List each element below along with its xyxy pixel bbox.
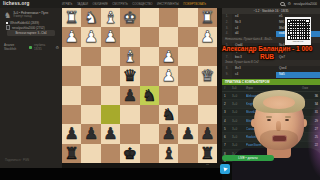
piece-bP[interactable]: ♟: [123, 86, 137, 105]
gear-icon[interactable]: ⚙: [288, 0, 292, 8]
square[interactable]: [140, 66, 159, 85]
piece-bK[interactable]: ♚: [123, 144, 137, 163]
black-color-icon: [6, 25, 10, 29]
move-black[interactable]: Nd5: [276, 72, 320, 78]
square[interactable]: [101, 47, 120, 66]
square[interactable]: ♟: [62, 124, 81, 143]
square[interactable]: ♝: [101, 8, 120, 27]
username[interactable]: nevalyashka2000: [294, 2, 317, 6]
piece-wN[interactable]: ♞: [84, 8, 98, 27]
square[interactable]: [81, 105, 100, 124]
live-status-pill: LIVE • донаты: [222, 155, 274, 161]
square[interactable]: [140, 144, 159, 163]
square[interactable]: [198, 105, 217, 124]
qr-pattern: [287, 19, 310, 40]
purple-rim-light: [307, 98, 320, 180]
square[interactable]: [178, 144, 197, 163]
square[interactable]: [101, 86, 120, 105]
square[interactable]: [178, 8, 197, 27]
square[interactable]: ♜: [62, 144, 81, 163]
square[interactable]: [140, 27, 159, 46]
square[interactable]: ♜: [198, 8, 217, 27]
piece-wP[interactable]: ♟: [103, 27, 117, 46]
move-white[interactable]: c4: [232, 72, 276, 78]
square[interactable]: ♟: [159, 66, 178, 85]
square[interactable]: ♟: [198, 27, 217, 46]
square[interactable]: [120, 105, 139, 124]
qr-finder-square: [287, 35, 292, 40]
square[interactable]: [101, 144, 120, 163]
piece-bP[interactable]: ♟: [200, 124, 214, 143]
stream-frame: lichess.org ИГРАТЬЗАДАЧИОБУЧЕНИЕСМОТРЕТЬ…: [0, 0, 320, 180]
search-icon[interactable]: [280, 2, 285, 7]
game-time-ago: 9 минут назад: [13, 15, 48, 19]
webcam-overlay: [230, 86, 320, 180]
share-menu-hint[interactable]: Поделиться · PGN: [5, 158, 29, 162]
qr-caption: lichess.org: [287, 40, 310, 43]
chess-board: ♜♞♝♚♜♟♟♟♟♝♟♛♟♛♟♞♞♟♟♟♟♟♟♜♚♝♜: [62, 8, 217, 163]
square[interactable]: [178, 66, 197, 85]
top-navbar: lichess.org ИГРАТЬЗАДАЧИОБУЧЕНИЕСМОТРЕТЬ…: [0, 0, 320, 8]
piece-wB[interactable]: ♝: [123, 47, 137, 66]
nav-item-donate[interactable]: ПОЖЕРТВОВАТЬ: [183, 2, 206, 6]
square[interactable]: [198, 86, 217, 105]
nav-item[interactable]: СМОТРЕТЬ: [112, 2, 127, 6]
square[interactable]: [62, 66, 81, 85]
square[interactable]: [140, 105, 159, 124]
square[interactable]: ♞: [159, 105, 178, 124]
engine-on-toggle[interactable]: [29, 46, 32, 49]
square[interactable]: [120, 27, 139, 46]
piece-wP[interactable]: ♟: [200, 27, 214, 46]
piece-bR[interactable]: ♜: [200, 144, 214, 163]
engine-depth: глубина 18/35: [34, 43, 53, 51]
nav-item[interactable]: ЗАДАЧИ: [77, 2, 88, 6]
square[interactable]: ♞: [81, 8, 100, 27]
square[interactable]: [178, 105, 197, 124]
square[interactable]: [62, 47, 81, 66]
engine-label: Анализ Stockfish: [4, 43, 27, 51]
piece-wP[interactable]: ♟: [84, 27, 98, 46]
piece-bR[interactable]: ♜: [65, 144, 79, 163]
square[interactable]: [159, 8, 178, 27]
piece-bQ[interactable]: ♛: [123, 66, 137, 85]
nav-item[interactable]: ОБУЧЕНИЕ: [92, 2, 107, 6]
square[interactable]: ♚: [120, 144, 139, 163]
square[interactable]: [81, 86, 100, 105]
piece-bN[interactable]: ♞: [161, 105, 175, 124]
square[interactable]: [81, 144, 100, 163]
square[interactable]: [120, 124, 139, 143]
streamer-forehead: [263, 96, 295, 109]
square[interactable]: ♟: [198, 124, 217, 143]
game-info-panel: ♞ 3+0 • Рейтинговая • Пуля 9 минут назад…: [0, 8, 62, 168]
piece-wP[interactable]: ♟: [161, 66, 175, 85]
square[interactable]: ♟: [81, 124, 100, 143]
square[interactable]: [159, 27, 178, 46]
nav-item[interactable]: ИНСТРУМЕНТЫ: [157, 2, 179, 6]
square[interactable]: ♟: [62, 27, 81, 46]
donation-alert: Александр Баландин - 1 000 RUB: [214, 45, 320, 60]
nav-menu: ИГРАТЬЗАДАЧИОБУЧЕНИЕСМОТРЕТЬСООБЩЕСТВОИН…: [62, 0, 206, 8]
square[interactable]: ♜: [62, 8, 81, 27]
qr-code: lichess.org: [285, 17, 311, 45]
settings-gear-icon[interactable]: ⚙: [55, 45, 59, 50]
square[interactable]: [140, 47, 159, 66]
piece-bB[interactable]: ♝: [161, 144, 175, 163]
square[interactable]: ♜: [198, 144, 217, 163]
streamer-mouth: [272, 135, 287, 142]
donation-donor-amount: Александр Баландин - 1 000: [214, 45, 320, 53]
piece-wP[interactable]: ♟: [65, 27, 79, 46]
square[interactable]: ♟: [81, 27, 100, 46]
piece-bP[interactable]: ♟: [103, 124, 117, 143]
piece-wQ[interactable]: ♛: [200, 66, 214, 85]
square[interactable]: ♟: [120, 86, 139, 105]
square[interactable]: [159, 86, 178, 105]
square[interactable]: ♝: [159, 144, 178, 163]
square[interactable]: ♟: [159, 47, 178, 66]
move-number: 9.: [222, 72, 232, 78]
square[interactable]: [81, 66, 100, 85]
square[interactable]: [178, 47, 197, 66]
square[interactable]: ♟: [159, 124, 178, 143]
piece-bN[interactable]: ♞: [142, 86, 156, 105]
piece-bP[interactable]: ♟: [161, 124, 175, 143]
piece-wK[interactable]: ♚: [123, 8, 137, 27]
telegram-icon[interactable]: [220, 164, 230, 174]
nav-item[interactable]: СООБЩЕСТВО: [132, 2, 152, 6]
square[interactable]: ♝: [120, 47, 139, 66]
opening-name-button[interactable]: Венская партия: 3...Сb4: [7, 30, 55, 36]
square[interactable]: [178, 27, 197, 46]
game-meta: ♞ 3+0 • Рейтинговая • Пуля 9 минут назад: [4, 11, 48, 20]
square[interactable]: [178, 86, 197, 105]
piece-wR[interactable]: ♜: [65, 8, 79, 27]
square[interactable]: ♟: [101, 124, 120, 143]
piece-wP[interactable]: ♟: [161, 47, 175, 66]
square[interactable]: [101, 66, 120, 85]
nav-right: ⚙ nevalyashka2000: [280, 0, 317, 8]
square[interactable]: ♛: [198, 66, 217, 85]
square[interactable]: [62, 86, 81, 105]
square[interactable]: [140, 124, 159, 143]
nav-item[interactable]: ИГРАТЬ: [62, 2, 72, 6]
square[interactable]: [62, 105, 81, 124]
practice-bar[interactable]: ПРАКТИКА С КОМПЬЮТЕРОМ: [222, 79, 320, 85]
piece-wR[interactable]: ♜: [200, 8, 214, 27]
streamer-brow-left: [266, 116, 272, 118]
lichess-logo[interactable]: lichess.org: [3, 1, 29, 6]
square[interactable]: [101, 105, 120, 124]
piece-bP[interactable]: ♟: [181, 124, 195, 143]
bottom-letterbox: [0, 168, 222, 180]
square[interactable]: [140, 8, 159, 27]
square[interactable]: ♟: [178, 124, 197, 143]
board-menu-dots[interactable]: ⋯: [206, 162, 209, 166]
streamer-brow-right: [285, 116, 291, 118]
square[interactable]: ♛: [120, 66, 139, 85]
engine-row: Анализ Stockfish глубина 18/35 ⚙: [4, 43, 59, 51]
square[interactable]: [81, 47, 100, 66]
piece-wB[interactable]: ♝: [103, 8, 117, 27]
piece-bP[interactable]: ♟: [84, 124, 98, 143]
bullet-game-icon: ♞: [4, 11, 11, 20]
piece-bP[interactable]: ♟: [65, 124, 79, 143]
square[interactable]: ♟: [101, 27, 120, 46]
donation-currency: RUB: [214, 53, 320, 61]
white-color-icon: [6, 22, 8, 24]
square[interactable]: ♞: [140, 86, 159, 105]
square[interactable]: ♚: [120, 8, 139, 27]
